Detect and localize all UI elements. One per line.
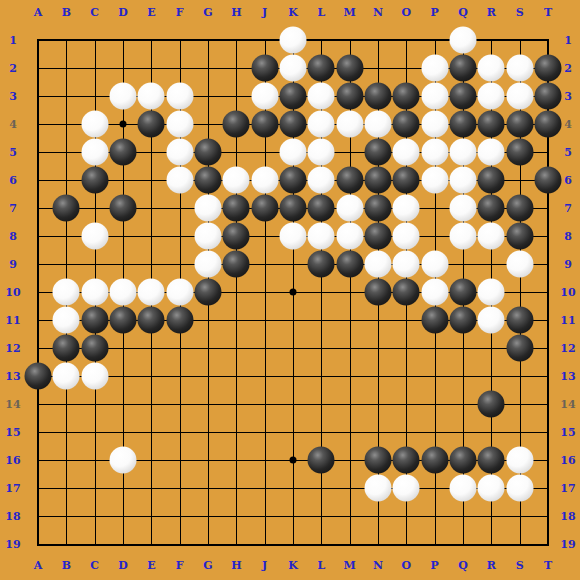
stone-white xyxy=(449,223,476,250)
stone-white xyxy=(506,447,533,474)
col-label-top: H xyxy=(231,6,241,19)
stone-white xyxy=(364,475,391,502)
stone-black xyxy=(393,279,420,306)
stone-white xyxy=(393,223,420,250)
stone-black xyxy=(421,307,448,334)
col-label-bottom: B xyxy=(62,559,71,572)
stone-white xyxy=(478,475,505,502)
stone-black xyxy=(223,223,250,250)
stone-white xyxy=(421,251,448,278)
stone-white xyxy=(364,111,391,138)
stone-black xyxy=(478,195,505,222)
stone-black xyxy=(449,447,476,474)
stone-black xyxy=(393,447,420,474)
stone-black xyxy=(53,195,80,222)
stone-white xyxy=(364,251,391,278)
stone-black xyxy=(336,251,363,278)
stone-white xyxy=(194,251,221,278)
stone-white xyxy=(166,111,193,138)
stone-black xyxy=(449,83,476,110)
row-label-right: 3 xyxy=(564,90,572,103)
stone-black xyxy=(279,111,306,138)
stone-white xyxy=(109,447,136,474)
stone-white xyxy=(449,167,476,194)
stone-white xyxy=(393,139,420,166)
stone-black xyxy=(449,307,476,334)
col-label-bottom: M xyxy=(344,559,356,572)
stone-black xyxy=(364,447,391,474)
col-label-top: C xyxy=(90,6,99,19)
row-label-right: 8 xyxy=(564,230,572,243)
col-label-top: E xyxy=(147,6,155,19)
col-label-top: K xyxy=(288,6,298,19)
stone-white xyxy=(449,139,476,166)
stone-black xyxy=(308,195,335,222)
col-label-bottom: G xyxy=(203,559,212,572)
go-board[interactable]: AABBCCDDEEFFGGHHJJKKLLMMNNOOPPQQRRSSTT11… xyxy=(0,0,580,580)
stone-black xyxy=(81,307,108,334)
row-label-left: 7 xyxy=(9,202,17,215)
stone-white xyxy=(336,111,363,138)
col-label-top: N xyxy=(373,6,383,19)
stone-white xyxy=(194,223,221,250)
stone-black xyxy=(53,335,80,362)
col-label-bottom: J xyxy=(262,559,267,572)
stone-black xyxy=(279,167,306,194)
stone-black xyxy=(251,111,278,138)
stone-white xyxy=(81,279,108,306)
col-label-top: P xyxy=(431,6,439,19)
row-label-left: 12 xyxy=(5,342,20,355)
row-label-left: 11 xyxy=(5,314,20,327)
row-label-right: 1 xyxy=(564,34,572,47)
col-label-top: M xyxy=(344,6,356,19)
col-label-bottom: D xyxy=(118,559,128,572)
stone-white xyxy=(336,223,363,250)
row-label-right: 14 xyxy=(560,398,575,411)
stone-white xyxy=(421,55,448,82)
stone-black xyxy=(279,83,306,110)
row-label-left: 13 xyxy=(5,370,20,383)
row-label-right: 2 xyxy=(564,62,572,75)
col-label-top: Q xyxy=(458,6,468,19)
stone-white xyxy=(166,167,193,194)
row-label-left: 9 xyxy=(9,258,17,271)
row-label-right: 13 xyxy=(560,370,575,383)
stone-white xyxy=(478,139,505,166)
col-label-top: A xyxy=(34,6,43,19)
stone-white xyxy=(506,475,533,502)
stone-white xyxy=(506,55,533,82)
stone-white xyxy=(506,83,533,110)
stone-black xyxy=(364,195,391,222)
stone-black xyxy=(534,83,561,110)
stone-black xyxy=(393,111,420,138)
stone-black xyxy=(251,55,278,82)
col-label-top: D xyxy=(118,6,128,19)
grid-hline xyxy=(38,376,548,377)
stone-black xyxy=(336,83,363,110)
stone-black xyxy=(393,83,420,110)
stone-white xyxy=(308,139,335,166)
col-label-bottom: A xyxy=(34,559,43,572)
stone-black xyxy=(393,167,420,194)
stone-white xyxy=(81,363,108,390)
col-label-bottom: Q xyxy=(458,559,468,572)
stone-black xyxy=(506,139,533,166)
col-label-top: O xyxy=(402,6,412,19)
stone-black xyxy=(109,195,136,222)
col-label-bottom: R xyxy=(487,559,496,572)
col-label-bottom: P xyxy=(431,559,439,572)
stone-white xyxy=(449,475,476,502)
stone-white xyxy=(81,223,108,250)
stone-black xyxy=(109,307,136,334)
stone-white xyxy=(251,167,278,194)
stone-black xyxy=(506,111,533,138)
stone-black xyxy=(421,447,448,474)
stone-black xyxy=(364,83,391,110)
stone-white xyxy=(421,167,448,194)
stone-white xyxy=(138,83,165,110)
stone-black xyxy=(478,167,505,194)
stone-white xyxy=(279,55,306,82)
stone-white xyxy=(109,279,136,306)
col-label-top: T xyxy=(544,6,552,19)
star-point xyxy=(119,121,126,128)
row-label-left: 14 xyxy=(5,398,20,411)
stone-black xyxy=(506,195,533,222)
row-label-left: 15 xyxy=(5,426,20,439)
stone-white xyxy=(166,279,193,306)
stone-black xyxy=(506,307,533,334)
row-label-right: 9 xyxy=(564,258,572,271)
col-label-top: L xyxy=(317,6,325,19)
stone-black xyxy=(449,111,476,138)
grid-hline xyxy=(38,404,548,405)
stone-black xyxy=(25,363,52,390)
row-label-right: 17 xyxy=(560,482,575,495)
stone-white xyxy=(478,223,505,250)
col-label-bottom: E xyxy=(147,559,155,572)
stone-white xyxy=(393,475,420,502)
stone-black xyxy=(506,335,533,362)
stone-black xyxy=(534,55,561,82)
stone-black xyxy=(336,167,363,194)
col-label-top: G xyxy=(203,6,212,19)
col-label-top: F xyxy=(176,6,184,19)
row-label-left: 3 xyxy=(9,90,17,103)
stone-black xyxy=(194,167,221,194)
stone-white xyxy=(279,223,306,250)
col-label-bottom: K xyxy=(288,559,298,572)
stone-white xyxy=(223,167,250,194)
stone-white xyxy=(194,195,221,222)
stone-white xyxy=(166,83,193,110)
grid-hline xyxy=(38,432,548,433)
stone-white xyxy=(478,83,505,110)
col-label-bottom: L xyxy=(317,559,325,572)
stone-white xyxy=(279,139,306,166)
col-label-bottom: S xyxy=(516,559,524,572)
stone-black xyxy=(223,251,250,278)
stone-black xyxy=(81,335,108,362)
row-label-right: 19 xyxy=(560,538,575,551)
row-label-right: 10 xyxy=(560,286,575,299)
row-label-left: 2 xyxy=(9,62,17,75)
stone-black xyxy=(336,55,363,82)
stone-white xyxy=(109,83,136,110)
row-label-left: 4 xyxy=(9,118,17,131)
row-label-right: 6 xyxy=(564,174,572,187)
stone-white xyxy=(421,279,448,306)
star-point xyxy=(289,289,296,296)
stone-white xyxy=(449,195,476,222)
stone-white xyxy=(279,27,306,54)
col-label-top: B xyxy=(62,6,71,19)
col-label-bottom: T xyxy=(544,559,552,572)
stone-black xyxy=(109,139,136,166)
stone-black xyxy=(478,391,505,418)
stone-black xyxy=(251,195,278,222)
row-label-left: 8 xyxy=(9,230,17,243)
stone-black xyxy=(364,167,391,194)
stone-white xyxy=(81,111,108,138)
col-label-top: J xyxy=(262,6,267,19)
stone-white xyxy=(308,167,335,194)
stone-black xyxy=(506,223,533,250)
stone-white xyxy=(336,195,363,222)
stone-black xyxy=(223,111,250,138)
stone-black xyxy=(364,139,391,166)
row-label-left: 18 xyxy=(5,510,20,523)
stone-black xyxy=(194,279,221,306)
row-label-right: 4 xyxy=(564,118,572,131)
stone-black xyxy=(81,167,108,194)
stone-black xyxy=(194,139,221,166)
stone-black xyxy=(138,111,165,138)
star-point xyxy=(289,457,296,464)
stone-white xyxy=(251,83,278,110)
row-label-left: 10 xyxy=(5,286,20,299)
stone-white xyxy=(53,279,80,306)
stone-black xyxy=(166,307,193,334)
grid-hline xyxy=(38,516,548,517)
row-label-right: 18 xyxy=(560,510,575,523)
stone-white xyxy=(449,27,476,54)
row-label-right: 5 xyxy=(564,146,572,159)
stone-white xyxy=(53,307,80,334)
stone-black xyxy=(223,195,250,222)
grid-hline xyxy=(38,348,548,349)
col-label-top: R xyxy=(487,6,496,19)
stone-black xyxy=(308,251,335,278)
stone-white xyxy=(81,139,108,166)
stone-white xyxy=(478,307,505,334)
row-label-left: 6 xyxy=(9,174,17,187)
stone-black xyxy=(534,167,561,194)
stone-black xyxy=(138,307,165,334)
stone-black xyxy=(478,447,505,474)
col-label-bottom: N xyxy=(373,559,383,572)
stone-black xyxy=(308,447,335,474)
row-label-right: 7 xyxy=(564,202,572,215)
stone-black xyxy=(364,223,391,250)
col-label-bottom: C xyxy=(90,559,99,572)
stone-white xyxy=(421,111,448,138)
stone-white xyxy=(138,279,165,306)
row-label-right: 15 xyxy=(560,426,575,439)
stone-white xyxy=(478,55,505,82)
row-label-left: 19 xyxy=(5,538,20,551)
stone-black xyxy=(308,55,335,82)
stone-black xyxy=(534,111,561,138)
col-label-bottom: H xyxy=(231,559,241,572)
row-label-right: 12 xyxy=(560,342,575,355)
stone-black xyxy=(279,195,306,222)
row-label-left: 5 xyxy=(9,146,17,159)
col-label-bottom: F xyxy=(176,559,184,572)
stone-white xyxy=(393,251,420,278)
stone-white xyxy=(308,83,335,110)
stone-white xyxy=(506,251,533,278)
col-label-top: S xyxy=(516,6,524,19)
row-label-left: 16 xyxy=(5,454,20,467)
stone-white xyxy=(421,83,448,110)
stone-black xyxy=(478,111,505,138)
row-label-right: 11 xyxy=(560,314,575,327)
stone-white xyxy=(308,111,335,138)
stone-white xyxy=(308,223,335,250)
stone-black xyxy=(449,55,476,82)
col-label-bottom: O xyxy=(402,559,412,572)
row-label-left: 1 xyxy=(9,34,17,47)
stone-white xyxy=(421,139,448,166)
row-label-left: 17 xyxy=(5,482,20,495)
stone-black xyxy=(449,279,476,306)
stone-white xyxy=(166,139,193,166)
stone-white xyxy=(53,363,80,390)
row-label-right: 16 xyxy=(560,454,575,467)
stone-white xyxy=(478,279,505,306)
stone-white xyxy=(393,195,420,222)
stone-black xyxy=(364,279,391,306)
